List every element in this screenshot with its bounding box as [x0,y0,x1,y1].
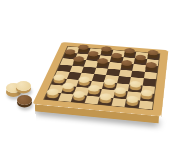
checkers-board [32,42,168,116]
board-right-edge [161,51,168,122]
light-checker-r7c6[interactable] [125,99,138,107]
dark-checker-off-board-3[interactable] [17,95,32,105]
checkers-board-wrap [47,16,165,134]
light-checker-r5c6[interactable] [129,85,142,92]
dark-checker-r2c5[interactable] [121,64,133,71]
light-checker-r6c5[interactable] [114,91,127,99]
light-checker-off-board-2[interactable] [16,81,31,91]
dark-checker-r1c6[interactable] [134,58,146,64]
dark-checker-r2c3[interactable] [97,62,109,68]
light-checker-r5c4[interactable] [103,82,116,89]
product-photo-scene [0,0,180,159]
dark-checker-r2c1[interactable] [73,60,86,66]
dark-checker-r0c5[interactable] [124,51,135,57]
light-checker-r6c7[interactable] [140,93,153,101]
light-checker-r7c4[interactable] [98,97,112,105]
dark-checker-r2c7[interactable] [145,66,157,73]
dark-checker-r0c7[interactable] [148,53,159,59]
light-checker-r7c2[interactable] [72,95,86,103]
